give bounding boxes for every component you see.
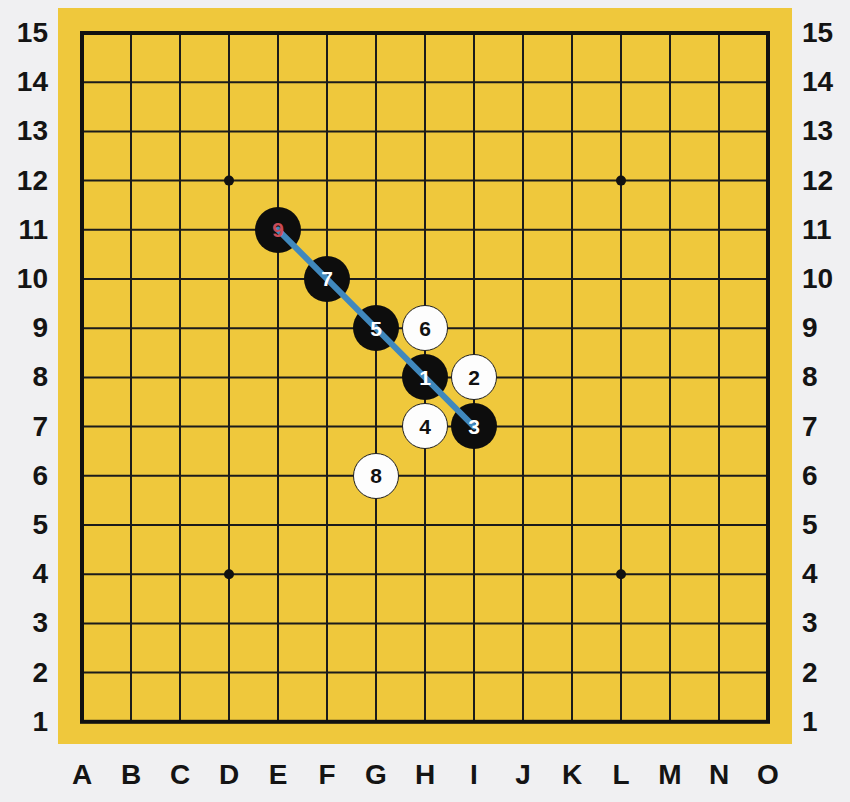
stone-white-8-G6[interactable]: 8 [353,453,399,499]
stone-black-1-H8[interactable]: 1 [402,354,448,400]
row-label-right-9: 9 [802,311,850,345]
column-label-K: K [548,758,597,792]
row-label-left-6: 6 [0,459,48,493]
stone-white-4-H7[interactable]: 4 [402,403,448,449]
row-label-right-5: 5 [802,508,850,542]
move-number: 5 [370,318,382,339]
column-label-G: G [352,758,401,792]
row-label-right-3: 3 [802,606,850,640]
move-number: 7 [321,268,333,289]
column-label-J: J [499,758,548,792]
column-label-A: A [58,758,107,792]
stone-black-7-F10[interactable]: 7 [304,256,350,302]
column-label-C: C [156,758,205,792]
go-board[interactable]: 123456789 [58,8,792,744]
row-label-left-1: 1 [0,705,48,739]
row-label-left-4: 4 [0,557,48,591]
row-label-left-3: 3 [0,606,48,640]
row-label-left-11: 11 [0,213,48,247]
column-label-M: M [646,758,695,792]
stone-black-9-E11[interactable]: 9 [255,207,301,253]
row-label-right-4: 4 [802,557,850,591]
row-label-left-2: 2 [0,656,48,690]
row-label-right-7: 7 [802,410,850,444]
move-number: 4 [419,416,431,437]
row-label-left-13: 13 [0,114,48,148]
row-label-right-13: 13 [802,114,850,148]
column-label-F: F [303,758,352,792]
row-label-right-6: 6 [802,459,850,493]
stone-black-3-I7[interactable]: 3 [451,403,497,449]
row-label-right-15: 15 [802,16,850,50]
row-label-left-14: 14 [0,65,48,99]
move-number: 2 [468,367,480,388]
row-label-left-12: 12 [0,164,48,198]
row-label-left-10: 10 [0,262,48,296]
row-label-right-11: 11 [802,213,850,247]
row-label-right-2: 2 [802,656,850,690]
stone-black-5-G9[interactable]: 5 [353,305,399,351]
move-number: 3 [468,416,480,437]
stone-white-2-I8[interactable]: 2 [451,354,497,400]
move-number: 6 [419,318,431,339]
move-number: 8 [370,465,382,486]
row-label-right-8: 8 [802,360,850,394]
stone-white-6-H9[interactable]: 6 [402,305,448,351]
move-number: 1 [419,367,431,388]
column-label-I: I [450,758,499,792]
column-label-H: H [401,758,450,792]
row-label-left-5: 5 [0,508,48,542]
column-label-O: O [744,758,793,792]
column-label-N: N [695,758,744,792]
row-label-left-15: 15 [0,16,48,50]
row-label-left-7: 7 [0,410,48,444]
row-label-right-1: 1 [802,705,850,739]
column-label-D: D [205,758,254,792]
move-number: 9 [272,219,284,240]
row-label-right-12: 12 [802,164,850,198]
row-label-left-8: 8 [0,360,48,394]
row-label-right-10: 10 [802,262,850,296]
row-label-right-14: 14 [802,65,850,99]
column-label-B: B [107,758,156,792]
column-label-E: E [254,758,303,792]
column-label-L: L [597,758,646,792]
go-diagram-page: 123456789 151514141313121211111010998877… [0,0,850,802]
stones-layer: 123456789 [58,8,793,746]
row-label-left-9: 9 [0,311,48,345]
